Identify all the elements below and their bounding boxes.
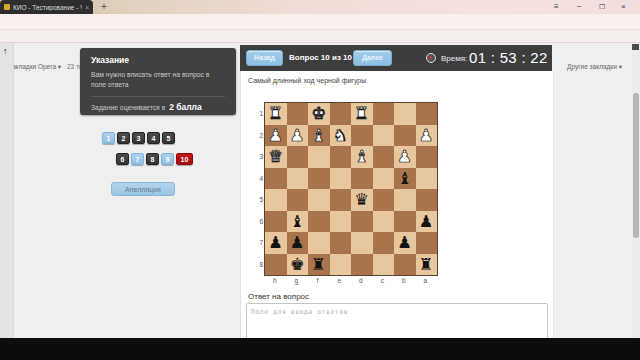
square-c7	[373, 232, 395, 254]
question-button-3[interactable]: 3	[132, 132, 145, 144]
square-f3	[308, 146, 330, 168]
browser-tab-strip: КИО - Тестирование - V × + ≡ – ☐ ×	[0, 0, 640, 14]
question-button-5[interactable]: 5	[162, 132, 175, 144]
black-rook: ♜	[416, 254, 438, 276]
file-label: c	[372, 277, 394, 287]
white-rook: ♜	[265, 103, 287, 125]
square-g7: ♟	[287, 232, 309, 254]
window-minimize-icon[interactable]: –	[577, 2, 581, 10]
square-d1: ♜	[351, 103, 373, 125]
screen: КИО - Тестирование - V × + ≡ – ☐ × ← Я ↻…	[0, 0, 640, 360]
square-g2: ♟	[287, 125, 309, 147]
square-d5: ♛	[351, 189, 373, 211]
question-button-4[interactable]: 4	[147, 132, 160, 144]
question-progress: Вопрос 10 из 10	[289, 53, 352, 62]
dropdown-arrow-icon: ▾	[619, 63, 622, 70]
white-queen: ♛	[265, 146, 287, 168]
score-prefix: Задание оценивается в	[91, 104, 165, 111]
black-pawn: ♟	[287, 232, 309, 254]
square-b1	[394, 103, 416, 125]
tab-favicon-icon	[4, 4, 10, 10]
rank-label: 1	[256, 103, 263, 125]
score-line: Задание оценивается в 2 балла	[91, 102, 225, 112]
square-a8: ♜	[416, 254, 438, 276]
square-d3: ♝	[351, 146, 373, 168]
black-pawn: ♟	[394, 232, 416, 254]
taskbar: Y ∧ РУС 10:26 11.05.2017	[0, 338, 640, 360]
square-a7	[416, 232, 438, 254]
square-d8	[351, 254, 373, 276]
question-button-7[interactable]: 7	[131, 153, 144, 165]
scroll-top-icon[interactable]: ↑	[3, 46, 8, 56]
black-pawn: ♟	[265, 232, 287, 254]
file-label: b	[393, 277, 415, 287]
white-pawn: ♟	[287, 125, 309, 147]
window-maximize-icon[interactable]: ☐	[599, 3, 605, 10]
tab-title: КИО - Тестирование - V	[13, 4, 82, 11]
left-strip	[0, 43, 14, 338]
score-value: 2 балла	[169, 102, 202, 112]
square-c1	[373, 103, 395, 125]
file-label: d	[350, 277, 372, 287]
square-b3: ♟	[394, 146, 416, 168]
square-h5	[265, 189, 287, 211]
board-file-labels: hgfedcba	[264, 277, 436, 287]
square-h3: ♛	[265, 146, 287, 168]
square-b6	[394, 211, 416, 233]
instruction-title: Указание	[91, 55, 225, 65]
other-bookmarks-label: Другие закладки	[567, 63, 617, 70]
square-f2: ♝	[308, 125, 330, 147]
question-button-9[interactable]: 9	[161, 153, 174, 165]
white-pawn: ♟	[265, 125, 287, 147]
square-a5	[416, 189, 438, 211]
square-b8	[394, 254, 416, 276]
file-label: g	[286, 277, 308, 287]
quiz-header: Назад Вопрос 10 из 10 Далее Время: 01 : …	[240, 45, 552, 71]
square-d6	[351, 211, 373, 233]
square-e6	[330, 211, 352, 233]
square-g3	[287, 146, 309, 168]
answer-label: Ответ на вопрос	[248, 292, 309, 301]
scrollbar-up-button[interactable]	[632, 44, 639, 50]
square-e7	[330, 232, 352, 254]
square-c8	[373, 254, 395, 276]
white-bishop: ♝	[351, 146, 373, 168]
board-rank-labels: 12345678	[256, 103, 263, 275]
rank-label: 2	[256, 125, 263, 147]
square-a3	[416, 146, 438, 168]
rank-label: 5	[256, 189, 263, 211]
square-f1: ♚	[308, 103, 330, 125]
square-d4	[351, 168, 373, 190]
square-f6	[308, 211, 330, 233]
rank-label: 7	[256, 232, 263, 254]
square-g1	[287, 103, 309, 125]
square-g5	[287, 189, 309, 211]
square-c6	[373, 211, 395, 233]
white-pawn: ♟	[416, 125, 438, 147]
rank-label: 8	[256, 254, 263, 276]
square-e8	[330, 254, 352, 276]
square-b7: ♟	[394, 232, 416, 254]
square-g4	[287, 168, 309, 190]
white-knight: ♞	[330, 125, 352, 147]
black-bishop: ♝	[287, 211, 309, 233]
browser-tab[interactable]: КИО - Тестирование - V ×	[0, 0, 93, 14]
square-c2	[373, 125, 395, 147]
square-h6	[265, 211, 287, 233]
black-rook: ♜	[308, 254, 330, 276]
square-e4	[330, 168, 352, 190]
bookmark-opera[interactable]: Закладки Opera ▾	[8, 63, 61, 71]
instruction-body: Вам нужно вписать ответ на вопрос в поле…	[91, 70, 225, 90]
square-h7: ♟	[265, 232, 287, 254]
divider	[91, 96, 225, 97]
time-value: 01 : 53 : 22	[469, 49, 548, 66]
rank-label: 4	[256, 168, 263, 190]
square-f7	[308, 232, 330, 254]
square-f8: ♜	[308, 254, 330, 276]
browser-menu-icon[interactable]: ≡	[554, 3, 559, 11]
square-c5	[373, 189, 395, 211]
tab-close-icon[interactable]: ×	[85, 4, 89, 11]
instruction-card: Указание Вам нужно вписать ответ на вопр…	[80, 48, 236, 115]
back-button[interactable]: Назад	[246, 50, 283, 66]
address-bar: ← Я ↻ cdo.kz КИО - Тестирование - VII ко…	[0, 14, 640, 30]
white-rook: ♜	[351, 103, 373, 125]
square-f5	[308, 189, 330, 211]
file-label: e	[329, 277, 351, 287]
square-f4	[308, 168, 330, 190]
square-h2: ♟	[265, 125, 287, 147]
next-button[interactable]: Далее	[353, 50, 392, 66]
square-g6: ♝	[287, 211, 309, 233]
square-h4	[265, 168, 287, 190]
square-a1	[416, 103, 438, 125]
square-e3	[330, 146, 352, 168]
bookmark-opera-label: Закладки Opera	[8, 63, 56, 70]
square-b5	[394, 189, 416, 211]
rank-label: 3	[256, 146, 263, 168]
clock-icon	[426, 53, 436, 63]
scrollbar-thumb[interactable]	[633, 93, 639, 238]
question-buttons: 12345678910	[102, 132, 202, 166]
other-bookmarks[interactable]: Другие закладки ▾	[567, 63, 622, 71]
square-b2	[394, 125, 416, 147]
question-button-8[interactable]: 8	[146, 153, 159, 165]
square-d2	[351, 125, 373, 147]
appeal-button[interactable]: Апелляция	[111, 182, 175, 196]
white-pawn: ♟	[394, 146, 416, 168]
square-a6: ♟	[416, 211, 438, 233]
square-d7	[351, 232, 373, 254]
square-g8: ♚	[287, 254, 309, 276]
square-h8	[265, 254, 287, 276]
square-c3	[373, 146, 395, 168]
black-pawn: ♟	[416, 211, 438, 233]
rank-label: 6	[256, 211, 263, 233]
content-card: Самый длинный ход черной фигуры 12345678…	[240, 71, 554, 360]
question-button-10[interactable]: 10	[176, 153, 193, 165]
question-text: Самый длинный ход черной фигуры	[248, 77, 366, 84]
square-a4	[416, 168, 438, 190]
time-label: Время:	[441, 54, 467, 63]
square-e5	[330, 189, 352, 211]
dropdown-arrow-icon: ▾	[58, 63, 61, 70]
black-queen: ♛	[351, 189, 373, 211]
square-c4	[373, 168, 395, 190]
question-button-6[interactable]: 6	[116, 153, 129, 165]
window-close-icon[interactable]: ×	[621, 3, 626, 11]
square-h1: ♜	[265, 103, 287, 125]
file-label: a	[415, 277, 437, 287]
square-b4: ♝	[394, 168, 416, 190]
black-king: ♚	[287, 254, 309, 276]
square-e2: ♞	[330, 125, 352, 147]
square-e1	[330, 103, 352, 125]
bookmarks-bar: Закладки Opera ▾ 23 теста по казахско Др…	[0, 30, 640, 43]
black-bishop: ♝	[394, 168, 416, 190]
file-label: h	[264, 277, 286, 287]
chess-board: ♜♚♜♟♟♝♞♟♛♝♟♝♛♝♟♟♟♟♚♜♜	[264, 102, 438, 276]
question-button-1[interactable]: 1	[102, 132, 115, 144]
new-tab-button[interactable]: +	[97, 1, 111, 13]
white-king: ♚	[308, 103, 330, 125]
square-a2: ♟	[416, 125, 438, 147]
file-label: f	[307, 277, 329, 287]
white-bishop: ♝	[308, 125, 330, 147]
question-button-2[interactable]: 2	[117, 132, 130, 144]
